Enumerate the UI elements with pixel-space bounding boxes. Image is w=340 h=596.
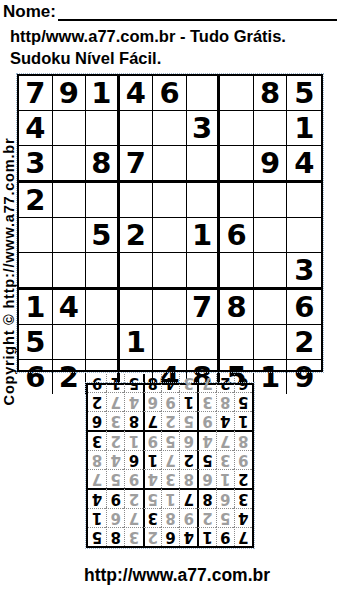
puzzle-cell-r2c6-given: 3	[187, 111, 221, 146]
puzzle-cell-r2c7-empty[interactable]	[220, 111, 254, 146]
solution-cell-r4c9: 7	[88, 469, 106, 488]
solution-cell-r9c7: 5	[124, 374, 142, 392]
puzzle-cell-r5c8-empty[interactable]	[254, 218, 288, 253]
puzzle-cell-r1c4-given: 4	[120, 76, 154, 111]
solution-cell-r8c7: 4	[124, 392, 142, 411]
puzzle-cell-r2c8-empty[interactable]	[254, 111, 288, 146]
puzzle-cell-r5c3-given: 5	[86, 218, 120, 253]
solution-cell-r3c5: 1	[161, 488, 179, 508]
puzzle-cell-r3c7-empty[interactable]	[220, 146, 254, 183]
puzzle-cell-r6c6-empty[interactable]	[187, 253, 221, 290]
solution-cell-r3c6: 5	[143, 488, 161, 508]
puzzle-cell-r2c3-empty[interactable]	[86, 111, 120, 146]
puzzle-cell-r5c4-given: 2	[120, 218, 154, 253]
solution-cell-r3c7: 2	[124, 488, 142, 508]
puzzle-cell-r3c5-empty[interactable]	[153, 146, 187, 183]
solution-cell-r5c3: 5	[197, 450, 215, 469]
puzzle-cell-r7c9-given: 6	[287, 290, 321, 325]
puzzle-cell-r7c8-empty[interactable]	[254, 290, 288, 325]
solution-cell-r6c5: 5	[161, 430, 179, 450]
puzzle-cell-r7c5-empty[interactable]	[153, 290, 187, 325]
sudoku-puzzle-board: 791468543138794252163147865126248519	[17, 74, 323, 372]
puzzle-cell-r1c5-given: 6	[153, 76, 187, 111]
puzzle-cell-r4c1-given: 2	[19, 183, 53, 218]
solution-cell-r8c9: 2	[88, 392, 106, 411]
solution-cell-r4c3: 6	[197, 469, 215, 488]
solution-cell-r8c5: 9	[161, 392, 179, 411]
puzzle-cell-r8c8-empty[interactable]	[254, 325, 288, 360]
solution-cell-r3c1: 3	[234, 488, 252, 508]
solution-cell-r4c8: 5	[106, 469, 124, 488]
puzzle-cell-r1c3-given: 1	[86, 76, 120, 111]
solution-cell-r5c7: 6	[124, 450, 142, 469]
solution-cell-r5c2: 3	[216, 450, 234, 469]
copyright-vertical-text: Copyright © http://www.a77.com.br	[1, 102, 18, 442]
puzzle-cell-r6c5-empty[interactable]	[153, 253, 187, 290]
footer-url: http://www.a77.com.br	[7, 565, 340, 586]
puzzle-cell-r4c4-empty[interactable]	[120, 183, 154, 218]
puzzle-cell-r8c4-given: 1	[120, 325, 154, 360]
puzzle-cell-r8c6-empty[interactable]	[187, 325, 221, 360]
name-write-in-line[interactable]	[58, 1, 337, 21]
solution-cell-r8c3: 3	[197, 392, 215, 411]
solution-cell-r6c6: 9	[143, 430, 161, 450]
solution-cell-r2c4: 9	[179, 508, 197, 527]
solution-cell-r2c5: 8	[161, 508, 179, 527]
solution-cell-r1c6: 2	[143, 527, 161, 546]
puzzle-cell-r6c4-empty[interactable]	[120, 253, 154, 290]
name-label: Nome:	[3, 2, 56, 21]
solution-cell-r9c1: 6	[234, 374, 252, 392]
puzzle-cell-r4c3-empty[interactable]	[86, 183, 120, 218]
name-row: Nome:	[3, 1, 337, 21]
puzzle-cell-r8c5-empty[interactable]	[153, 325, 187, 360]
solution-cell-r5c1: 9	[234, 450, 252, 469]
puzzle-cell-r4c2-empty[interactable]	[53, 183, 87, 218]
solution-cell-r3c3: 8	[197, 488, 215, 508]
puzzle-cell-r6c3-empty[interactable]	[86, 253, 120, 290]
puzzle-cell-r1c1-given: 7	[19, 76, 53, 111]
puzzle-cell-r6c9-given: 3	[287, 253, 321, 290]
puzzle-cell-r6c2-empty[interactable]	[53, 253, 87, 290]
puzzle-cell-r6c1-empty[interactable]	[19, 253, 53, 290]
solution-cell-r9c4: 3	[179, 374, 197, 392]
puzzle-cell-r8c7-empty[interactable]	[220, 325, 254, 360]
solution-cell-r9c2: 2	[216, 374, 234, 392]
puzzle-cell-r9c1-given: 6	[19, 360, 53, 394]
solution-cell-r6c3: 4	[197, 430, 215, 450]
solution-cell-r1c4: 4	[179, 527, 197, 546]
solution-cell-r9c8: 1	[106, 374, 124, 392]
solution-cell-r5c9: 8	[88, 450, 106, 469]
puzzle-cell-r5c6-given: 1	[187, 218, 221, 253]
puzzle-cell-r5c9-empty[interactable]	[287, 218, 321, 253]
solution-cell-r2c6: 3	[143, 508, 161, 527]
puzzle-cell-r2c5-empty[interactable]	[153, 111, 187, 146]
solution-cell-r2c3: 2	[197, 508, 215, 527]
solution-cell-r2c8: 6	[106, 508, 124, 527]
puzzle-cell-r3c6-empty[interactable]	[187, 146, 221, 183]
solution-cell-r6c7: 1	[124, 430, 142, 450]
puzzle-cell-r4c6-empty[interactable]	[187, 183, 221, 218]
solution-cell-r7c3: 9	[197, 411, 215, 430]
puzzle-cell-r8c2-empty[interactable]	[53, 325, 87, 360]
solution-cell-r1c2: 9	[216, 527, 234, 546]
solution-cell-r6c9: 3	[88, 430, 106, 450]
puzzle-cell-r3c3-given: 8	[86, 146, 120, 183]
puzzle-cell-r2c1-given: 4	[19, 111, 53, 146]
puzzle-cell-r1c6-empty[interactable]	[187, 76, 221, 111]
solution-cell-r9c3: 7	[197, 374, 215, 392]
solution-cell-r3c4: 7	[179, 488, 197, 508]
solution-cell-r8c1: 5	[234, 392, 252, 411]
puzzle-cell-r8c3-empty[interactable]	[86, 325, 120, 360]
solution-cell-r1c3: 1	[197, 527, 215, 546]
solution-cell-r4c4: 8	[179, 469, 197, 488]
solution-cell-r7c6: 7	[143, 411, 161, 430]
solution-cell-r3c9: 4	[88, 488, 106, 508]
puzzle-cell-r6c7-empty[interactable]	[220, 253, 254, 290]
puzzle-cell-r5c1-empty[interactable]	[19, 218, 53, 253]
solution-cell-r9c6: 8	[143, 374, 161, 392]
solution-cell-r9c5: 4	[161, 374, 179, 392]
solution-cell-r6c2: 7	[216, 430, 234, 450]
puzzle-cell-r9c9-given: 9	[287, 360, 321, 394]
solution-cell-r6c1: 8	[234, 430, 252, 450]
puzzle-cell-r5c5-empty[interactable]	[153, 218, 187, 253]
puzzle-cell-r4c8-empty[interactable]	[254, 183, 288, 218]
puzzle-cell-r3c8-given: 9	[254, 146, 288, 183]
solution-cell-r8c4: 1	[179, 392, 197, 411]
solution-cell-r4c2: 1	[216, 469, 234, 488]
solution-cell-r7c5: 2	[161, 411, 179, 430]
puzzle-cell-r3c9-given: 4	[287, 146, 321, 183]
solution-cell-r8c8: 7	[106, 392, 124, 411]
solution-cell-r6c8: 2	[106, 430, 124, 450]
puzzle-cell-r1c8-given: 8	[254, 76, 288, 111]
puzzle-cell-r7c2-given: 4	[53, 290, 87, 325]
solution-cell-r1c7: 3	[124, 527, 142, 546]
solution-cell-r2c1: 4	[234, 508, 252, 527]
puzzle-cell-r8c1-given: 5	[19, 325, 53, 360]
puzzle-cell-r9c2-given: 2	[53, 360, 87, 394]
solution-cell-r7c9: 6	[88, 411, 106, 430]
puzzle-cell-r2c9-given: 1	[287, 111, 321, 146]
solution-cell-r3c2: 6	[216, 488, 234, 508]
puzzle-cell-r9c8-given: 1	[254, 360, 288, 394]
solution-cell-r2c2: 5	[216, 508, 234, 527]
puzzle-cell-r5c7-given: 6	[220, 218, 254, 253]
puzzle-cell-r7c4-empty[interactable]	[120, 290, 154, 325]
puzzle-cell-r7c6-given: 7	[187, 290, 221, 325]
solution-cell-r7c2: 4	[216, 411, 234, 430]
puzzle-cell-r4c9-empty[interactable]	[287, 183, 321, 218]
solution-cell-r8c2: 8	[216, 392, 234, 411]
puzzle-cell-r6c8-empty[interactable]	[254, 253, 288, 290]
puzzle-cell-r7c3-empty[interactable]	[86, 290, 120, 325]
sudoku-solution-board-rotated: 7914623854529837613687152942168349579352…	[86, 383, 254, 548]
solution-cell-r4c5: 3	[161, 469, 179, 488]
puzzle-cell-r3c1-given: 3	[19, 146, 53, 183]
puzzle-cell-r1c7-empty[interactable]	[220, 76, 254, 111]
solution-cell-r8c6: 6	[143, 392, 161, 411]
page: { "game": "sudoku", "header": { "name_la…	[0, 0, 340, 596]
puzzle-cell-r4c5-empty[interactable]	[153, 183, 187, 218]
solution-cell-r7c8: 3	[106, 411, 124, 430]
solution-cell-r5c5: 7	[161, 450, 179, 469]
puzzle-cell-r2c2-empty[interactable]	[53, 111, 87, 146]
puzzle-cell-r1c9-given: 5	[287, 76, 321, 111]
puzzle-cell-r1c2-given: 9	[53, 76, 87, 111]
solution-cell-r7c1: 1	[234, 411, 252, 430]
solution-cell-r4c1: 2	[234, 469, 252, 488]
puzzle-cell-r3c4-given: 7	[120, 146, 154, 183]
solution-cell-r5c6: 1	[143, 450, 161, 469]
puzzle-cell-r8c9-given: 2	[287, 325, 321, 360]
solution-cell-r2c9: 1	[88, 508, 106, 527]
solution-cell-r1c8: 8	[106, 527, 124, 546]
solution-cell-r4c6: 4	[143, 469, 161, 488]
solution-cell-r7c7: 8	[124, 411, 142, 430]
puzzle-cell-r2c4-empty[interactable]	[120, 111, 154, 146]
solution-cell-r1c9: 5	[88, 527, 106, 546]
solution-cell-r7c4: 5	[179, 411, 197, 430]
site-url-line: http/www.a77.com.br - Tudo Grátis.	[10, 27, 286, 46]
solution-cell-r3c8: 9	[106, 488, 124, 508]
solution-cell-r2c7: 7	[124, 508, 142, 527]
solution-cell-r1c1: 7	[234, 527, 252, 546]
puzzle-cell-r5c2-empty[interactable]	[53, 218, 87, 253]
solution-cell-r9c9: 9	[88, 374, 106, 392]
puzzle-cell-r4c7-empty[interactable]	[220, 183, 254, 218]
solution-cell-r5c4: 2	[179, 450, 197, 469]
solution-cell-r5c8: 4	[106, 450, 124, 469]
puzzle-cell-r3c2-empty[interactable]	[53, 146, 87, 183]
puzzle-cell-r7c1-given: 1	[19, 290, 53, 325]
solution-cell-r1c5: 6	[161, 527, 179, 546]
solution-cell-r6c4: 6	[179, 430, 197, 450]
solution-cell-r4c7: 9	[124, 469, 142, 488]
puzzle-cell-r7c7-given: 8	[220, 290, 254, 325]
page-title: Sudoku Nível Fácil.	[10, 49, 161, 68]
